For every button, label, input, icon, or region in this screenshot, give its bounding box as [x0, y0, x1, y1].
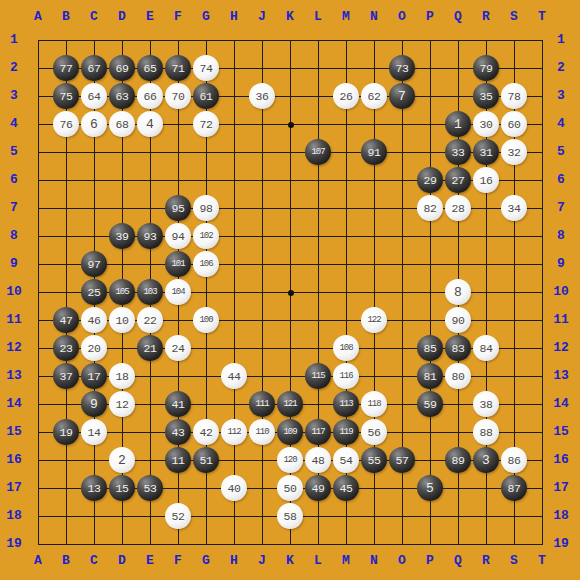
row-label-left: 17 [1, 480, 27, 496]
stone-black-11[interactable]: 11 [165, 447, 191, 473]
stone-white-36[interactable]: 36 [249, 83, 275, 109]
stone-white-84[interactable]: 84 [473, 335, 499, 361]
row-label-left: 16 [1, 452, 27, 468]
move-number: 80 [452, 370, 465, 383]
stone-white-112[interactable]: 112 [221, 419, 247, 445]
stone-white-56[interactable]: 56 [361, 419, 387, 445]
stone-white-106[interactable]: 106 [193, 251, 219, 277]
stone-white-98[interactable]: 98 [193, 195, 219, 221]
row-label-right: 17 [548, 480, 574, 496]
stone-black-101[interactable]: 101 [165, 251, 191, 277]
move-number: 63 [116, 90, 129, 103]
stone-black-41[interactable]: 41 [165, 391, 191, 417]
stone-white-116[interactable]: 116 [333, 363, 359, 389]
stone-white-118[interactable]: 118 [361, 391, 387, 417]
move-number: 58 [284, 510, 297, 523]
stone-white-76[interactable]: 76 [53, 111, 79, 137]
stone-white-24[interactable]: 24 [165, 335, 191, 361]
move-number: 117 [311, 427, 324, 437]
move-number: 76 [60, 118, 73, 131]
row-label-left: 2 [1, 60, 27, 76]
move-number: 93 [144, 230, 157, 243]
move-number: 69 [116, 62, 129, 75]
stone-white-28[interactable]: 28 [445, 195, 471, 221]
stone-black-75[interactable]: 75 [53, 83, 79, 109]
move-number: 7 [398, 89, 406, 104]
stone-black-113[interactable]: 113 [333, 391, 359, 417]
stone-black-77[interactable]: 77 [53, 55, 79, 81]
move-number: 77 [60, 62, 73, 75]
column-label-top: K [277, 9, 303, 25]
move-number: 6 [90, 117, 98, 132]
row-label-left: 8 [1, 228, 27, 244]
move-number: 61 [200, 90, 213, 103]
stone-white-110[interactable]: 110 [249, 419, 275, 445]
grid-line-horizontal [38, 544, 543, 545]
move-number: 82 [424, 202, 437, 215]
stone-black-95[interactable]: 95 [165, 195, 191, 221]
row-label-right: 1 [548, 32, 574, 48]
column-label-top: C [81, 9, 107, 25]
stone-white-82[interactable]: 82 [417, 195, 443, 221]
stone-white-40[interactable]: 40 [221, 475, 247, 501]
row-label-right: 13 [548, 368, 574, 384]
column-label-top: J [249, 9, 275, 25]
stone-white-18[interactable]: 18 [109, 363, 135, 389]
move-number: 53 [144, 482, 157, 495]
stone-black-51[interactable]: 51 [193, 447, 219, 473]
row-label-right: 12 [548, 340, 574, 356]
move-number: 11 [172, 454, 185, 467]
move-number: 52 [172, 510, 185, 523]
move-number: 70 [172, 90, 185, 103]
stone-black-67[interactable]: 67 [81, 55, 107, 81]
move-number: 30 [480, 118, 493, 131]
stone-black-3[interactable]: 3 [473, 447, 499, 473]
move-number: 84 [480, 342, 493, 355]
row-label-right: 15 [548, 424, 574, 440]
row-label-right: 2 [548, 60, 574, 76]
move-number: 51 [200, 454, 213, 467]
stone-white-50[interactable]: 50 [277, 475, 303, 501]
stone-black-85[interactable]: 85 [417, 335, 443, 361]
stone-white-108[interactable]: 108 [333, 335, 359, 361]
column-label-bottom: M [333, 553, 359, 569]
stone-black-23[interactable]: 23 [53, 335, 79, 361]
column-label-top: D [109, 9, 135, 25]
column-label-top: Q [445, 9, 471, 25]
stone-black-49[interactable]: 49 [305, 475, 331, 501]
row-label-right: 5 [548, 144, 574, 160]
column-label-bottom: Q [445, 553, 471, 569]
move-number: 31 [480, 146, 493, 159]
move-number: 79 [480, 62, 493, 75]
move-number: 16 [480, 174, 493, 187]
stone-white-72[interactable]: 72 [193, 111, 219, 137]
move-number: 56 [368, 426, 381, 439]
row-label-right: 14 [548, 396, 574, 412]
star-point-K4 [288, 122, 294, 128]
row-label-left: 14 [1, 396, 27, 412]
stone-black-27[interactable]: 27 [445, 167, 471, 193]
move-number: 55 [368, 454, 381, 467]
stone-black-97[interactable]: 97 [81, 251, 107, 277]
row-label-left: 18 [1, 508, 27, 524]
row-label-right: 6 [548, 172, 574, 188]
stone-black-83[interactable]: 83 [445, 335, 471, 361]
stone-black-65[interactable]: 65 [137, 55, 163, 81]
stone-white-30[interactable]: 30 [473, 111, 499, 137]
move-number: 1 [454, 117, 462, 132]
stone-white-14[interactable]: 14 [81, 419, 107, 445]
move-number: 50 [284, 482, 297, 495]
stone-black-119[interactable]: 119 [333, 419, 359, 445]
column-label-bottom: C [81, 553, 107, 569]
stone-white-26[interactable]: 26 [333, 83, 359, 109]
move-number: 104 [171, 287, 184, 297]
stone-white-68[interactable]: 68 [109, 111, 135, 137]
move-number: 39 [116, 230, 129, 243]
stone-white-32[interactable]: 32 [501, 139, 527, 165]
column-label-bottom: O [389, 553, 415, 569]
stone-white-74[interactable]: 74 [193, 55, 219, 81]
column-label-top: P [417, 9, 443, 25]
move-number: 64 [88, 90, 101, 103]
move-number: 22 [144, 314, 157, 327]
move-number: 89 [452, 454, 465, 467]
column-label-bottom: F [165, 553, 191, 569]
move-number: 74 [200, 62, 213, 75]
stone-white-58[interactable]: 58 [277, 503, 303, 529]
stone-white-66[interactable]: 66 [137, 83, 163, 109]
move-number: 8 [454, 285, 462, 300]
column-label-bottom: K [277, 553, 303, 569]
move-number: 12 [116, 398, 129, 411]
column-label-bottom: A [25, 553, 51, 569]
column-label-bottom: G [193, 553, 219, 569]
move-number: 75 [60, 90, 73, 103]
stone-white-80[interactable]: 80 [445, 363, 471, 389]
stone-white-44[interactable]: 44 [221, 363, 247, 389]
move-number: 37 [60, 370, 73, 383]
move-number: 26 [340, 90, 353, 103]
stone-black-91[interactable]: 91 [361, 139, 387, 165]
stone-black-93[interactable]: 93 [137, 223, 163, 249]
stone-white-6[interactable]: 6 [81, 111, 107, 137]
stone-black-47[interactable]: 47 [53, 307, 79, 333]
move-number: 95 [172, 202, 185, 215]
move-number: 59 [424, 398, 437, 411]
stone-black-43[interactable]: 43 [165, 419, 191, 445]
move-number: 20 [88, 342, 101, 355]
stone-black-37[interactable]: 37 [53, 363, 79, 389]
row-label-right: 4 [548, 116, 574, 132]
row-label-right: 18 [548, 508, 574, 524]
stone-black-53[interactable]: 53 [137, 475, 163, 501]
column-label-top: F [165, 9, 191, 25]
stone-white-78[interactable]: 78 [501, 83, 527, 109]
stone-white-54[interactable]: 54 [333, 447, 359, 473]
stone-white-46[interactable]: 46 [81, 307, 107, 333]
move-number: 73 [396, 62, 409, 75]
stone-black-33[interactable]: 33 [445, 139, 471, 165]
column-label-bottom: E [137, 553, 163, 569]
row-label-left: 11 [1, 312, 27, 328]
column-label-top: E [137, 9, 163, 25]
stone-black-79[interactable]: 79 [473, 55, 499, 81]
stone-white-120[interactable]: 120 [277, 447, 303, 473]
move-number: 116 [339, 371, 352, 381]
column-label-bottom: S [501, 553, 527, 569]
move-number: 21 [144, 342, 157, 355]
move-number: 87 [508, 482, 521, 495]
move-number: 19 [60, 426, 73, 439]
move-number: 83 [452, 342, 465, 355]
row-label-left: 10 [1, 284, 27, 300]
column-label-top: A [25, 9, 51, 25]
stone-black-71[interactable]: 71 [165, 55, 191, 81]
row-label-right: 7 [548, 200, 574, 216]
move-number: 36 [256, 90, 269, 103]
move-number: 18 [116, 370, 129, 383]
stone-black-17[interactable]: 17 [81, 363, 107, 389]
stone-black-39[interactable]: 39 [109, 223, 135, 249]
move-number: 101 [171, 259, 184, 269]
move-number: 3 [482, 453, 490, 468]
stone-black-15[interactable]: 15 [109, 475, 135, 501]
stone-white-42[interactable]: 42 [193, 419, 219, 445]
move-number: 40 [228, 482, 241, 495]
column-label-bottom: P [417, 553, 443, 569]
stone-white-10[interactable]: 10 [109, 307, 135, 333]
stone-black-19[interactable]: 19 [53, 419, 79, 445]
stone-white-86[interactable]: 86 [501, 447, 527, 473]
stone-white-122[interactable]: 122 [361, 307, 387, 333]
move-number: 122 [367, 315, 380, 325]
move-number: 49 [312, 482, 325, 495]
move-number: 66 [144, 90, 157, 103]
column-label-top: R [473, 9, 499, 25]
column-label-top: H [221, 9, 247, 25]
row-label-left: 12 [1, 340, 27, 356]
stone-white-48[interactable]: 48 [305, 447, 331, 473]
move-number: 81 [424, 370, 437, 383]
move-number: 17 [88, 370, 101, 383]
move-number: 25 [88, 286, 101, 299]
move-number: 118 [367, 399, 380, 409]
stone-white-64[interactable]: 64 [81, 83, 107, 109]
stone-white-8[interactable]: 8 [445, 279, 471, 305]
column-label-bottom: H [221, 553, 247, 569]
move-number: 67 [88, 62, 101, 75]
stone-black-109[interactable]: 109 [277, 419, 303, 445]
stone-white-16[interactable]: 16 [473, 167, 499, 193]
stone-black-81[interactable]: 81 [417, 363, 443, 389]
stone-white-12[interactable]: 12 [109, 391, 135, 417]
stone-black-63[interactable]: 63 [109, 83, 135, 109]
column-label-top: S [501, 9, 527, 25]
move-number: 38 [480, 398, 493, 411]
row-label-left: 19 [1, 536, 27, 552]
stone-black-55[interactable]: 55 [361, 447, 387, 473]
move-number: 43 [172, 426, 185, 439]
move-number: 109 [283, 427, 296, 437]
move-number: 94 [172, 230, 185, 243]
stone-white-38[interactable]: 38 [473, 391, 499, 417]
move-number: 65 [144, 62, 157, 75]
stone-black-57[interactable]: 57 [389, 447, 415, 473]
stone-black-121[interactable]: 121 [277, 391, 303, 417]
move-number: 110 [255, 427, 268, 437]
move-number: 62 [368, 90, 381, 103]
move-number: 97 [88, 258, 101, 271]
move-number: 120 [283, 455, 296, 465]
stone-black-25[interactable]: 25 [81, 279, 107, 305]
move-number: 105 [115, 287, 128, 297]
move-number: 90 [452, 314, 465, 327]
stone-white-90[interactable]: 90 [445, 307, 471, 333]
stone-white-102[interactable]: 102 [193, 223, 219, 249]
stone-black-13[interactable]: 13 [81, 475, 107, 501]
move-number: 34 [508, 202, 521, 215]
stone-white-20[interactable]: 20 [81, 335, 107, 361]
column-label-bottom: N [361, 553, 387, 569]
stone-black-111[interactable]: 111 [249, 391, 275, 417]
column-label-bottom: R [473, 553, 499, 569]
stone-black-31[interactable]: 31 [473, 139, 499, 165]
stone-white-62[interactable]: 62 [361, 83, 387, 109]
go-board-diagram: AA11BB22CC33DD44EE55FF66GG77HH88JJ99KK10… [0, 0, 580, 580]
move-number: 78 [508, 90, 521, 103]
row-label-left: 3 [1, 88, 27, 104]
row-label-left: 7 [1, 200, 27, 216]
move-number: 121 [283, 399, 296, 409]
stone-black-87[interactable]: 87 [501, 475, 527, 501]
stone-black-59[interactable]: 59 [417, 391, 443, 417]
stone-black-21[interactable]: 21 [137, 335, 163, 361]
move-number: 107 [311, 147, 324, 157]
column-label-top: N [361, 9, 387, 25]
move-number: 41 [172, 398, 185, 411]
row-label-right: 11 [548, 312, 574, 328]
stone-black-45[interactable]: 45 [333, 475, 359, 501]
row-label-left: 5 [1, 144, 27, 160]
move-number: 119 [339, 427, 352, 437]
column-label-bottom: D [109, 553, 135, 569]
row-label-right: 10 [548, 284, 574, 300]
move-number: 13 [88, 482, 101, 495]
row-label-left: 1 [1, 32, 27, 48]
move-number: 28 [452, 202, 465, 215]
row-label-right: 3 [548, 88, 574, 104]
column-label-top: T [529, 9, 555, 25]
column-label-bottom: L [305, 553, 331, 569]
stone-white-34[interactable]: 34 [501, 195, 527, 221]
move-number: 10 [116, 314, 129, 327]
stone-black-29[interactable]: 29 [417, 167, 443, 193]
row-label-right: 19 [548, 536, 574, 552]
row-label-left: 6 [1, 172, 27, 188]
stone-white-2[interactable]: 2 [109, 447, 135, 473]
stone-black-73[interactable]: 73 [389, 55, 415, 81]
move-number: 91 [368, 146, 381, 159]
move-number: 111 [255, 399, 268, 409]
stone-white-22[interactable]: 22 [137, 307, 163, 333]
stone-white-4[interactable]: 4 [137, 111, 163, 137]
move-number: 27 [452, 174, 465, 187]
move-number: 23 [60, 342, 73, 355]
move-number: 113 [339, 399, 352, 409]
move-number: 103 [143, 287, 156, 297]
stone-black-5[interactable]: 5 [417, 475, 443, 501]
grid-line-vertical [430, 40, 431, 545]
move-number: 45 [340, 482, 353, 495]
column-label-top: M [333, 9, 359, 25]
move-number: 88 [480, 426, 493, 439]
stone-black-105[interactable]: 105 [109, 279, 135, 305]
move-number: 112 [227, 427, 240, 437]
stone-black-1[interactable]: 1 [445, 111, 471, 137]
move-number: 42 [200, 426, 213, 439]
column-label-top: L [305, 9, 331, 25]
column-label-bottom: B [53, 553, 79, 569]
stone-black-61[interactable]: 61 [193, 83, 219, 109]
move-number: 98 [200, 202, 213, 215]
move-number: 5 [426, 481, 434, 496]
move-number: 100 [199, 315, 212, 325]
stone-black-115[interactable]: 115 [305, 363, 331, 389]
stone-white-100[interactable]: 100 [193, 307, 219, 333]
move-number: 14 [88, 426, 101, 439]
column-label-top: B [53, 9, 79, 25]
row-label-right: 8 [548, 228, 574, 244]
stone-white-104[interactable]: 104 [165, 279, 191, 305]
stone-black-117[interactable]: 117 [305, 419, 331, 445]
column-label-top: O [389, 9, 415, 25]
stone-white-88[interactable]: 88 [473, 419, 499, 445]
stone-black-103[interactable]: 103 [137, 279, 163, 305]
move-number: 15 [116, 482, 129, 495]
stone-black-89[interactable]: 89 [445, 447, 471, 473]
stone-white-94[interactable]: 94 [165, 223, 191, 249]
stone-black-7[interactable]: 7 [389, 83, 415, 109]
row-label-left: 9 [1, 256, 27, 272]
move-number: 46 [88, 314, 101, 327]
stone-black-69[interactable]: 69 [109, 55, 135, 81]
move-number: 106 [199, 259, 212, 269]
move-number: 86 [508, 454, 521, 467]
stone-black-9[interactable]: 9 [81, 391, 107, 417]
move-number: 9 [90, 397, 98, 412]
column-label-bottom: T [529, 553, 555, 569]
stone-black-35[interactable]: 35 [473, 83, 499, 109]
stone-white-60[interactable]: 60 [501, 111, 527, 137]
move-number: 108 [339, 343, 352, 353]
column-label-bottom: J [249, 553, 275, 569]
move-number: 54 [340, 454, 353, 467]
move-number: 57 [396, 454, 409, 467]
stone-black-107[interactable]: 107 [305, 139, 331, 165]
move-number: 2 [118, 453, 126, 468]
stone-white-52[interactable]: 52 [165, 503, 191, 529]
stone-white-70[interactable]: 70 [165, 83, 191, 109]
star-point-K10 [288, 290, 294, 296]
move-number: 85 [424, 342, 437, 355]
move-number: 29 [424, 174, 437, 187]
column-label-top: G [193, 9, 219, 25]
row-label-right: 16 [548, 452, 574, 468]
move-number: 44 [228, 370, 241, 383]
